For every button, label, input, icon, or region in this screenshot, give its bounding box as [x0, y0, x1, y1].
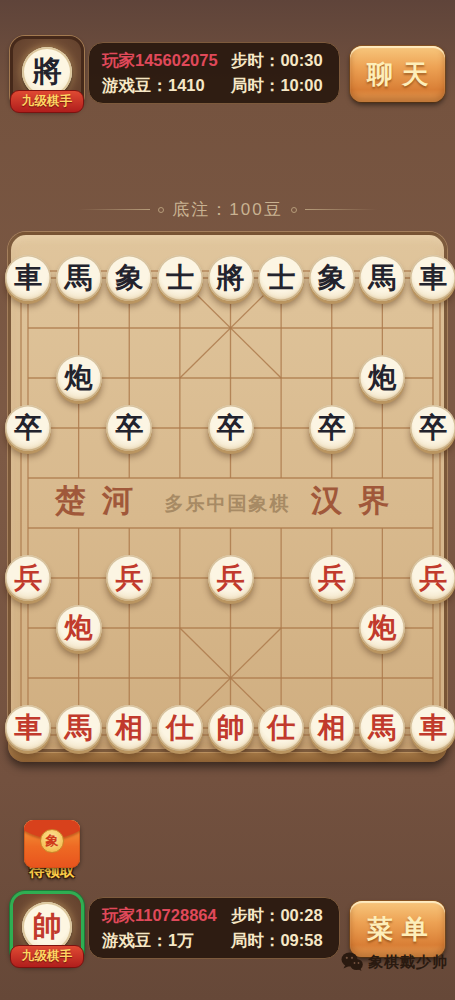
- piece-black-卒-r3c8[interactable]: 卒: [410, 405, 455, 451]
- self-move-time: 步时：00:28: [231, 905, 326, 927]
- piece-red-仕-r9c5[interactable]: 仕: [258, 705, 304, 751]
- opponent-avatar[interactable]: 將 九级棋手: [10, 36, 84, 110]
- opponent-info-panel: 玩家145602075 游戏豆：1410 步时：00:30 局时：10:00: [88, 42, 340, 104]
- river-brand-text: 多乐中国象棋: [165, 491, 291, 517]
- wechat-icon: [341, 952, 363, 972]
- river-label-hanjie: 汉界: [311, 480, 405, 522]
- xiangqi-game-screen: 將 九级棋手 玩家145602075 游戏豆：1410 步时：00:30 局时：…: [0, 0, 455, 1000]
- piece-red-帥-r9c4[interactable]: 帥: [208, 705, 254, 751]
- stake-deco-dot-left: [158, 207, 164, 213]
- opponent-game-time: 局时：10:00: [231, 75, 326, 97]
- opponent-move-time: 步时：00:30: [231, 50, 326, 72]
- xiangqi-board[interactable]: 楚河 多乐中国象棋 汉界 車馬象士將士象馬車炮炮卒卒卒卒卒兵兵兵兵兵炮炮車馬相仕…: [8, 232, 447, 752]
- stake-text: 底注：100豆: [172, 198, 282, 221]
- piece-black-馬-r0c1[interactable]: 馬: [56, 255, 102, 301]
- piece-black-卒-r3c6[interactable]: 卒: [309, 405, 355, 451]
- piece-red-兵-r6c6[interactable]: 兵: [309, 555, 355, 601]
- piece-black-卒-r3c0[interactable]: 卒: [5, 405, 51, 451]
- opponent-rank-badge: 九级棋手: [10, 90, 84, 113]
- piece-red-炮-r7c1[interactable]: 炮: [56, 605, 102, 651]
- red-envelope-seal: 象: [40, 829, 64, 853]
- piece-black-象-r0c2[interactable]: 象: [106, 255, 152, 301]
- piece-red-馬-r9c1[interactable]: 馬: [56, 705, 102, 751]
- self-name: 玩家110728864: [102, 905, 221, 927]
- piece-red-仕-r9c3[interactable]: 仕: [157, 705, 203, 751]
- self-avatar[interactable]: 帥 九级棋手: [10, 891, 84, 965]
- self-rank-badge: 九级棋手: [10, 945, 84, 968]
- opponent-name: 玩家145602075: [102, 50, 221, 72]
- piece-black-卒-r3c4[interactable]: 卒: [208, 405, 254, 451]
- piece-black-象-r0c6[interactable]: 象: [309, 255, 355, 301]
- stake-deco-line-left: [78, 209, 150, 210]
- piece-red-兵-r6c8[interactable]: 兵: [410, 555, 455, 601]
- piece-red-車-r9c8[interactable]: 車: [410, 705, 455, 751]
- piece-red-車-r9c0[interactable]: 車: [5, 705, 51, 751]
- piece-red-兵-r6c2[interactable]: 兵: [106, 555, 152, 601]
- self-beans: 游戏豆：1万: [102, 930, 221, 952]
- chat-button[interactable]: 聊天: [350, 46, 445, 102]
- piece-black-將-r0c4[interactable]: 將: [208, 255, 254, 301]
- watermark-text: 象棋戴少帅: [368, 953, 448, 972]
- watermark: 象棋戴少帅: [341, 952, 448, 972]
- red-envelope-icon: 象: [24, 820, 80, 868]
- piece-red-相-r9c6[interactable]: 相: [309, 705, 355, 751]
- piece-black-士-r0c3[interactable]: 士: [157, 255, 203, 301]
- stake-deco-line-right: [305, 209, 377, 210]
- piece-black-炮-r2c1[interactable]: 炮: [56, 355, 102, 401]
- piece-red-兵-r6c4[interactable]: 兵: [208, 555, 254, 601]
- stake-deco-dot-right: [291, 207, 297, 213]
- self-info-panel: 玩家110728864 游戏豆：1万 步时：00:28 局时：09:58: [88, 897, 340, 959]
- piece-black-士-r0c5[interactable]: 士: [258, 255, 304, 301]
- red-packet[interactable]: 象 待领取: [20, 820, 84, 881]
- piece-black-車-r0c0[interactable]: 車: [5, 255, 51, 301]
- opponent-bar: 將 九级棋手 玩家145602075 游戏豆：1410 步时：00:30 局时：…: [10, 36, 445, 112]
- piece-black-卒-r3c2[interactable]: 卒: [106, 405, 152, 451]
- opponent-avatar-glyph: 將: [33, 52, 62, 92]
- stake-row: 底注：100豆: [0, 198, 455, 221]
- piece-red-兵-r6c0[interactable]: 兵: [5, 555, 51, 601]
- river-label-chuhe: 楚河: [55, 480, 149, 522]
- self-avatar-glyph: 帥: [33, 907, 62, 947]
- opponent-beans: 游戏豆：1410: [102, 75, 221, 97]
- piece-black-車-r0c8[interactable]: 車: [410, 255, 455, 301]
- menu-button[interactable]: 菜单: [350, 901, 445, 957]
- self-game-time: 局时：09:58: [231, 930, 326, 952]
- piece-red-相-r9c2[interactable]: 相: [106, 705, 152, 751]
